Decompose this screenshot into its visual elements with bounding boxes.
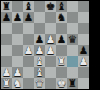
square-e3[interactable] bbox=[45, 56, 56, 67]
piece-white-queen[interactable]: ♛ bbox=[35, 78, 44, 89]
square-d2[interactable]: ♝ bbox=[34, 67, 45, 78]
square-g8[interactable] bbox=[67, 1, 78, 12]
square-d5[interactable]: ♟ bbox=[34, 34, 45, 45]
square-g6[interactable] bbox=[67, 23, 78, 34]
square-b7[interactable]: ♟ bbox=[12, 12, 23, 23]
square-h8[interactable] bbox=[78, 1, 89, 12]
square-f6[interactable] bbox=[56, 23, 67, 34]
square-f3[interactable]: ♜ bbox=[56, 56, 67, 67]
piece-black-queen[interactable]: ♛ bbox=[68, 34, 77, 45]
square-c8[interactable]: ♝ bbox=[23, 1, 34, 12]
square-e2[interactable] bbox=[45, 67, 56, 78]
square-g7[interactable] bbox=[67, 12, 78, 23]
square-g5[interactable]: ♛ bbox=[67, 34, 78, 45]
piece-black-pawn[interactable]: ♟ bbox=[24, 12, 33, 23]
square-b1[interactable]: ♞ bbox=[12, 78, 23, 89]
chess-board: ♜♝♚♝♟♟♟♞♟♟♟♛♟♟♟♟♝♜♟♟♟♝♜♞♛♚♜ bbox=[1, 1, 89, 89]
piece-white-pawn[interactable]: ♟ bbox=[46, 45, 55, 56]
piece-black-bishop[interactable]: ♝ bbox=[24, 1, 33, 12]
square-b8[interactable] bbox=[12, 1, 23, 12]
piece-white-bishop[interactable]: ♝ bbox=[35, 67, 44, 78]
piece-black-king[interactable]: ♚ bbox=[46, 1, 55, 12]
piece-black-pawn[interactable]: ♟ bbox=[35, 34, 44, 45]
square-c3[interactable] bbox=[23, 56, 34, 67]
square-a7[interactable]: ♟ bbox=[1, 12, 12, 23]
square-b2[interactable]: ♟ bbox=[12, 67, 23, 78]
square-b4[interactable] bbox=[12, 45, 23, 56]
square-f4[interactable] bbox=[56, 45, 67, 56]
square-d4[interactable]: ♟ bbox=[34, 45, 45, 56]
piece-white-pawn[interactable]: ♟ bbox=[79, 56, 88, 67]
piece-black-pawn[interactable]: ♟ bbox=[79, 45, 88, 56]
square-f7[interactable]: ♞ bbox=[56, 12, 67, 23]
square-h3[interactable]: ♟ bbox=[78, 56, 89, 67]
piece-black-knight[interactable]: ♞ bbox=[57, 12, 66, 23]
square-b3[interactable] bbox=[12, 56, 23, 67]
square-h7[interactable] bbox=[78, 12, 89, 23]
piece-black-pawn[interactable]: ♟ bbox=[13, 12, 22, 23]
square-f5[interactable]: ♟ bbox=[56, 34, 67, 45]
piece-white-pawn[interactable]: ♟ bbox=[2, 67, 11, 78]
square-g3[interactable] bbox=[67, 56, 78, 67]
square-c6[interactable] bbox=[23, 23, 34, 34]
piece-white-pawn[interactable]: ♟ bbox=[13, 67, 22, 78]
square-h5[interactable] bbox=[78, 34, 89, 45]
piece-black-bishop[interactable]: ♝ bbox=[57, 1, 66, 12]
square-e6[interactable] bbox=[45, 23, 56, 34]
square-a5[interactable] bbox=[1, 34, 12, 45]
square-d6[interactable] bbox=[34, 23, 45, 34]
piece-black-pawn[interactable]: ♟ bbox=[2, 12, 11, 23]
square-e5[interactable]: ♟ bbox=[45, 34, 56, 45]
square-h2[interactable] bbox=[78, 67, 89, 78]
square-b6[interactable] bbox=[12, 23, 23, 34]
square-c7[interactable]: ♟ bbox=[23, 12, 34, 23]
piece-white-king[interactable]: ♚ bbox=[57, 78, 66, 89]
square-f1[interactable]: ♚ bbox=[56, 78, 67, 89]
square-a6[interactable] bbox=[1, 23, 12, 34]
square-f8[interactable]: ♝ bbox=[56, 1, 67, 12]
square-b5[interactable] bbox=[12, 34, 23, 45]
piece-black-rook[interactable]: ♜ bbox=[2, 1, 11, 12]
square-c2[interactable] bbox=[23, 67, 34, 78]
square-d3[interactable]: ♝ bbox=[34, 56, 45, 67]
square-a4[interactable] bbox=[1, 45, 12, 56]
square-e1[interactable] bbox=[45, 78, 56, 89]
piece-white-pawn[interactable]: ♟ bbox=[46, 34, 55, 45]
square-e7[interactable] bbox=[45, 12, 56, 23]
piece-white-pawn[interactable]: ♟ bbox=[24, 45, 33, 56]
square-h6[interactable] bbox=[78, 23, 89, 34]
piece-black-pawn[interactable]: ♟ bbox=[57, 34, 66, 45]
square-c1[interactable] bbox=[23, 78, 34, 89]
square-g1[interactable]: ♜ bbox=[67, 78, 78, 89]
piece-white-knight[interactable]: ♞ bbox=[13, 78, 22, 89]
piece-white-pawn[interactable]: ♟ bbox=[35, 45, 44, 56]
square-d1[interactable]: ♛ bbox=[34, 78, 45, 89]
square-e8[interactable]: ♚ bbox=[45, 1, 56, 12]
square-a1[interactable]: ♜ bbox=[1, 78, 12, 89]
piece-white-rook[interactable]: ♜ bbox=[57, 56, 66, 67]
square-a3[interactable] bbox=[1, 56, 12, 67]
piece-black-rook[interactable]: ♜ bbox=[68, 78, 77, 89]
piece-white-rook[interactable]: ♜ bbox=[2, 78, 11, 89]
square-f2[interactable] bbox=[56, 67, 67, 78]
square-c5[interactable] bbox=[23, 34, 34, 45]
square-e4[interactable]: ♟ bbox=[45, 45, 56, 56]
square-g4[interactable] bbox=[67, 45, 78, 56]
square-c4[interactable]: ♟ bbox=[23, 45, 34, 56]
square-g2[interactable] bbox=[67, 67, 78, 78]
square-a8[interactable]: ♜ bbox=[1, 1, 12, 12]
square-d7[interactable] bbox=[34, 12, 45, 23]
square-a2[interactable]: ♟ bbox=[1, 67, 12, 78]
square-h1[interactable] bbox=[78, 78, 89, 89]
piece-white-bishop[interactable]: ♝ bbox=[35, 56, 44, 67]
square-h4[interactable]: ♟ bbox=[78, 45, 89, 56]
square-d8[interactable] bbox=[34, 1, 45, 12]
